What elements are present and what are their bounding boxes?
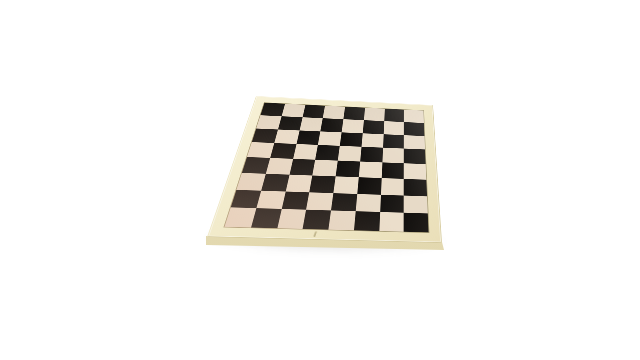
square-r1c3[interactable] <box>321 118 344 132</box>
board-frame <box>207 96 442 243</box>
square-r0c7[interactable] <box>404 110 424 123</box>
square-r0c4[interactable] <box>343 107 364 120</box>
square-r6c3[interactable] <box>306 192 333 211</box>
square-r4c3[interactable] <box>313 160 338 177</box>
square-r2c5[interactable] <box>361 133 383 148</box>
square-r6c4[interactable] <box>331 193 357 212</box>
square-r3c7[interactable] <box>404 149 426 164</box>
frame-seam-mark <box>313 231 317 237</box>
square-r3c6[interactable] <box>382 148 404 163</box>
square-r4c6[interactable] <box>381 162 404 178</box>
square-r1c4[interactable] <box>342 119 364 133</box>
square-r3c4[interactable] <box>338 146 362 162</box>
square-r6c2[interactable] <box>281 191 309 210</box>
square-r5c6[interactable] <box>381 178 404 195</box>
square-r2c3[interactable] <box>318 131 342 146</box>
square-r3c2[interactable] <box>293 144 318 160</box>
square-r4c2[interactable] <box>289 159 315 176</box>
square-r2c7[interactable] <box>404 135 425 150</box>
square-r1c2[interactable] <box>299 117 323 131</box>
square-r3c5[interactable] <box>360 147 383 163</box>
square-r7c4[interactable] <box>328 211 355 231</box>
square-r7c5[interactable] <box>354 211 380 231</box>
square-r1c7[interactable] <box>404 122 424 136</box>
square-r1c5[interactable] <box>363 120 384 134</box>
square-r7c3[interactable] <box>303 210 331 230</box>
playing-surface <box>223 102 429 233</box>
photo-background <box>0 0 640 360</box>
square-r4c5[interactable] <box>359 162 382 178</box>
square-r7c6[interactable] <box>379 212 404 232</box>
square-r3c3[interactable] <box>315 145 339 161</box>
square-r0c6[interactable] <box>384 109 404 122</box>
square-r2c4[interactable] <box>340 132 363 147</box>
square-r6c5[interactable] <box>355 194 380 212</box>
square-r6c6[interactable] <box>380 194 404 212</box>
square-r2c2[interactable] <box>296 130 320 145</box>
square-r4c4[interactable] <box>336 161 360 177</box>
square-r0c3[interactable] <box>323 106 345 119</box>
square-r4c7[interactable] <box>404 163 426 179</box>
square-r0c2[interactable] <box>302 105 325 118</box>
square-r7c2[interactable] <box>277 209 306 229</box>
square-r7c7[interactable] <box>404 213 429 232</box>
square-r5c5[interactable] <box>357 177 381 194</box>
square-r5c7[interactable] <box>404 179 427 196</box>
square-r1c6[interactable] <box>383 121 404 135</box>
square-r6c7[interactable] <box>404 195 428 213</box>
square-r2c6[interactable] <box>383 134 404 149</box>
square-r5c4[interactable] <box>333 176 358 193</box>
square-r5c3[interactable] <box>309 175 335 192</box>
checkerboard <box>207 96 442 243</box>
square-r5c2[interactable] <box>285 175 312 193</box>
square-r0c5[interactable] <box>364 108 385 121</box>
